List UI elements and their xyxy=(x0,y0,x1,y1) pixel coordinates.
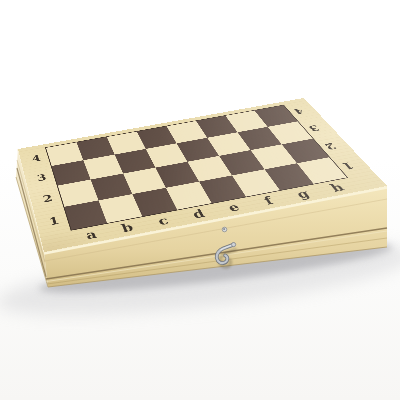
rank-label: 2 xyxy=(322,141,338,151)
file-label: f xyxy=(262,195,276,207)
clasp-pivot-screw-icon xyxy=(232,243,236,247)
file-label: b xyxy=(120,221,136,235)
product-photo: 4321 4321 abcdefgh xyxy=(0,0,400,400)
rank-label: 3 xyxy=(36,173,48,184)
rank-label: 1 xyxy=(339,160,356,171)
rank-label: 3 xyxy=(306,123,321,132)
file-label: e xyxy=(226,201,243,214)
rank-label: 4 xyxy=(31,154,42,164)
file-label: a xyxy=(84,228,98,242)
file-label: c xyxy=(156,214,171,228)
file-label: g xyxy=(294,188,313,201)
file-label: d xyxy=(190,207,207,221)
rank-label: 2 xyxy=(42,193,54,204)
rank-label: 4 xyxy=(291,107,306,116)
rank-label: 1 xyxy=(48,215,61,227)
file-label: h xyxy=(327,181,347,194)
